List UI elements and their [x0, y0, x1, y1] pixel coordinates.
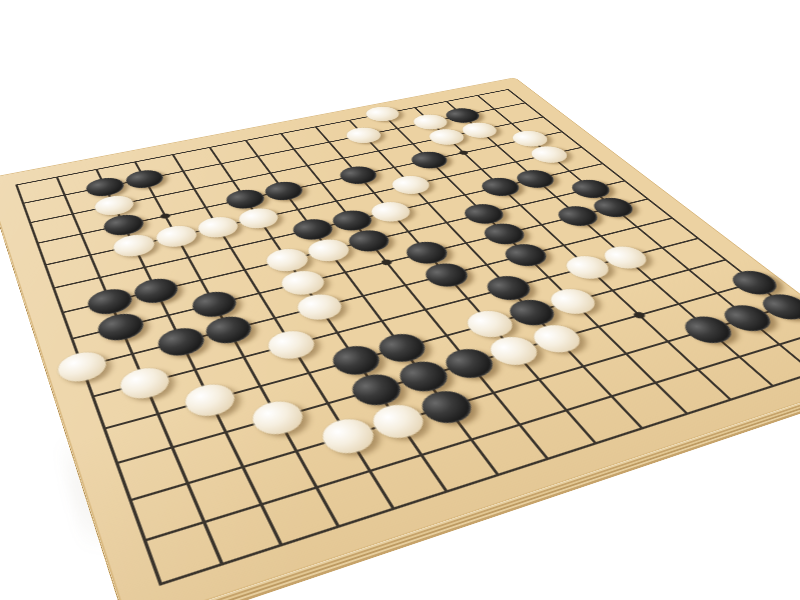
- black-stone[interactable]: [716, 301, 780, 335]
- black-stone[interactable]: [372, 330, 433, 367]
- white-stone[interactable]: [180, 380, 241, 421]
- white-stone[interactable]: [116, 364, 175, 404]
- black-stone[interactable]: [122, 168, 167, 191]
- black-stone[interactable]: [326, 342, 387, 380]
- white-stone[interactable]: [246, 397, 309, 440]
- star-point: [160, 213, 172, 219]
- white-stone[interactable]: [194, 214, 243, 241]
- board-surface[interactable]: [0, 77, 800, 600]
- white-stone[interactable]: [543, 285, 603, 318]
- white-stone[interactable]: [361, 105, 404, 124]
- white-stone[interactable]: [366, 199, 416, 225]
- black-stone[interactable]: [754, 291, 800, 324]
- black-stone[interactable]: [502, 296, 562, 330]
- black-stone[interactable]: [345, 370, 408, 410]
- board-grid: [15, 89, 800, 586]
- white-stone[interactable]: [276, 267, 330, 298]
- black-stone[interactable]: [414, 386, 480, 428]
- white-stone[interactable]: [341, 125, 386, 145]
- white-stone[interactable]: [525, 144, 573, 166]
- white-stone[interactable]: [261, 246, 313, 275]
- star-point: [632, 311, 647, 319]
- black-stone[interactable]: [498, 241, 554, 270]
- black-stone[interactable]: [676, 312, 740, 347]
- white-stone[interactable]: [315, 414, 381, 459]
- black-stone[interactable]: [130, 275, 183, 307]
- product-photo-scene: [0, 0, 800, 600]
- white-stone[interactable]: [303, 236, 355, 265]
- white-stone[interactable]: [110, 232, 159, 260]
- black-stone[interactable]: [94, 310, 148, 345]
- star-point: [380, 259, 393, 266]
- black-stone[interactable]: [438, 345, 501, 383]
- star-point: [270, 412, 285, 422]
- white-stone[interactable]: [152, 223, 201, 250]
- white-stone[interactable]: [54, 348, 110, 386]
- white-stone[interactable]: [366, 400, 432, 443]
- black-stone[interactable]: [260, 179, 307, 203]
- black-stone[interactable]: [201, 313, 257, 348]
- black-stone[interactable]: [343, 227, 395, 255]
- star-point: [458, 150, 469, 155]
- black-stone[interactable]: [400, 239, 454, 268]
- black-stone[interactable]: [419, 260, 475, 290]
- black-stone[interactable]: [480, 272, 538, 304]
- white-stone[interactable]: [234, 205, 283, 231]
- white-stone[interactable]: [526, 321, 588, 357]
- white-stone[interactable]: [292, 291, 348, 324]
- black-stone[interactable]: [153, 324, 209, 360]
- white-stone[interactable]: [597, 243, 654, 272]
- white-stone[interactable]: [387, 173, 436, 197]
- black-stone[interactable]: [335, 164, 382, 187]
- white-stone[interactable]: [483, 333, 546, 370]
- white-stone[interactable]: [262, 327, 320, 363]
- black-stone[interactable]: [187, 288, 241, 321]
- black-stone[interactable]: [724, 267, 785, 298]
- black-stone[interactable]: [392, 357, 455, 396]
- go-board: [0, 77, 800, 600]
- white-stone[interactable]: [460, 307, 520, 342]
- black-stone[interactable]: [406, 149, 453, 171]
- black-stone[interactable]: [84, 285, 137, 318]
